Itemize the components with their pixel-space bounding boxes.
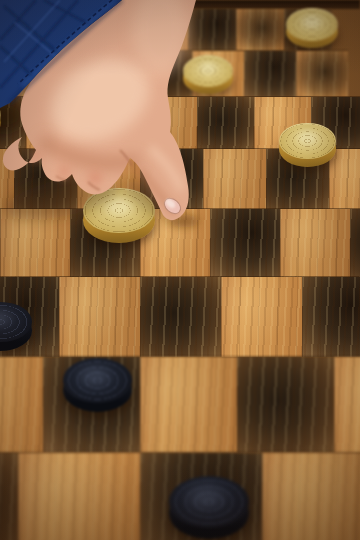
photo-scene: [0, 0, 360, 540]
pointing-hand: [0, 0, 360, 540]
